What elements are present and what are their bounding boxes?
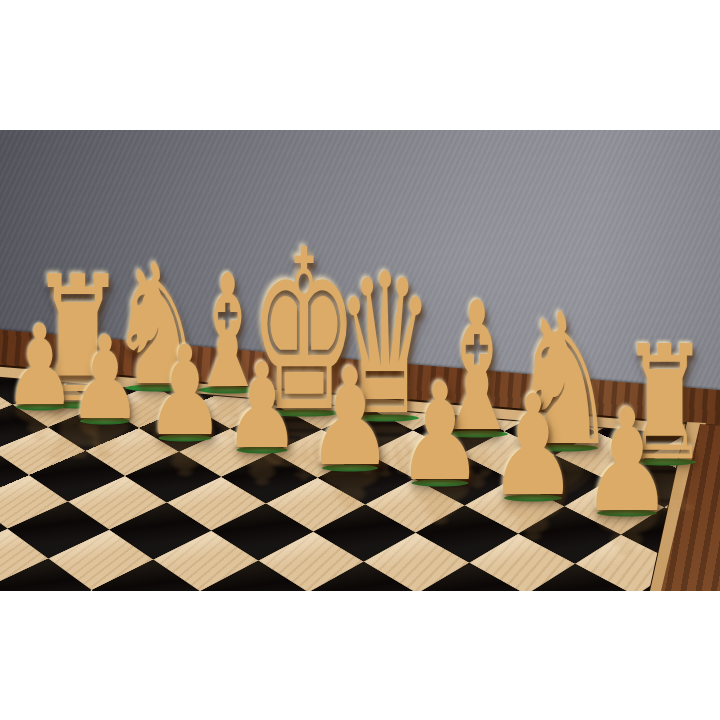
- pawn-glyph: ♟: [488, 395, 578, 498]
- product-photo: ♜♜♞♞♝♝♚♚♛♛♝♝♞♞♜♜♟♟♟♟♟♟♟♟♟♟♟♟♟♟♟♟: [0, 130, 720, 591]
- pawn-glyph: ♟: [306, 368, 393, 468]
- pawn-glyph: ♟: [68, 336, 142, 421]
- pawn-glyph: ♟: [396, 383, 483, 483]
- pawn-glyph: ♟: [4, 325, 76, 407]
- pawn-glyph: ♟: [145, 346, 225, 438]
- pawn-glyph: ♟: [224, 363, 300, 450]
- piece-layer: ♜♜♞♞♝♝♚♚♛♛♝♝♞♞♜♜♟♟♟♟♟♟♟♟♟♟♟♟♟♟♟♟: [0, 130, 720, 591]
- pawn-glyph: ♟: [581, 408, 673, 513]
